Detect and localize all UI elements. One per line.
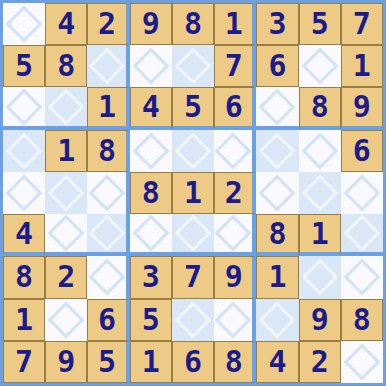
cell-r7c9[interactable]: [341, 256, 383, 298]
cell-r5c8[interactable]: [299, 172, 341, 214]
diamond-pattern-icon: [259, 132, 296, 169]
cell-r4c9: 6: [341, 130, 383, 172]
cell-r9c4: 1: [130, 341, 172, 383]
given-digit: 9: [353, 92, 371, 122]
cell-r5c4: 8: [130, 172, 172, 214]
cell-r4c3: 8: [87, 130, 129, 172]
diamond-pattern-icon: [343, 175, 380, 212]
cell-r8c5[interactable]: [172, 299, 214, 341]
cell-r7c6: 9: [214, 256, 256, 298]
diamond-pattern-icon: [175, 132, 212, 169]
diamond-pattern-icon: [259, 175, 296, 212]
cell-r1c3: 2: [87, 3, 129, 45]
given-digit: 1: [311, 219, 329, 249]
cell-r2c3[interactable]: [87, 45, 129, 87]
diamond-pattern-icon: [88, 215, 125, 252]
given-digit: 9: [225, 262, 243, 292]
given-digit: 9: [142, 9, 160, 39]
cell-r8c8: 9: [299, 299, 341, 341]
diamond-pattern-icon: [88, 175, 125, 212]
diamond-pattern-icon: [6, 88, 43, 125]
cell-r5c7[interactable]: [256, 172, 298, 214]
cell-r9c3: 5: [87, 341, 129, 383]
diamond-pattern-icon: [6, 6, 43, 43]
given-digit: 8: [15, 262, 33, 292]
cell-r9c9[interactable]: [341, 341, 383, 383]
cell-r7c8[interactable]: [299, 256, 341, 298]
cell-r4c8[interactable]: [299, 130, 341, 172]
given-digit: 6: [98, 305, 116, 335]
given-digit: 9: [57, 347, 75, 377]
diamond-pattern-icon: [6, 132, 43, 169]
given-digit: 8: [142, 178, 160, 208]
given-digit: 2: [98, 9, 116, 39]
cell-r6c3[interactable]: [87, 214, 129, 256]
cell-r6c1: 4: [3, 214, 45, 256]
cell-r2c2: 8: [45, 45, 87, 87]
cell-r7c2: 2: [45, 256, 87, 298]
given-digit: 7: [353, 9, 371, 39]
cell-r6c8: 1: [299, 214, 341, 256]
given-digit: 7: [15, 347, 33, 377]
given-digit: 4: [268, 347, 286, 377]
given-digit: 6: [353, 136, 371, 166]
cell-r4c7[interactable]: [256, 130, 298, 172]
cell-r5c2[interactable]: [45, 172, 87, 214]
given-digit: 5: [142, 305, 160, 335]
cell-r9c1: 7: [3, 341, 45, 383]
diamond-pattern-icon: [88, 48, 125, 85]
given-digit: 1: [184, 178, 202, 208]
cell-r6c4[interactable]: [130, 214, 172, 256]
diamond-pattern-icon: [343, 259, 380, 296]
cell-r7c4: 3: [130, 256, 172, 298]
cell-r2c4[interactable]: [130, 45, 172, 87]
cell-r1c8: 5: [299, 3, 341, 45]
diamond-pattern-icon: [48, 175, 85, 212]
given-digit: 5: [184, 92, 202, 122]
diamond-pattern-icon: [343, 343, 380, 380]
sudoku-board: 4298135758761145689186812481823791165987…: [0, 0, 386, 386]
diamond-pattern-icon: [175, 215, 212, 252]
cell-r3c4: 4: [130, 87, 172, 129]
cell-r3c3: 1: [87, 87, 129, 129]
given-digit: 8: [268, 219, 286, 249]
diamond-pattern-icon: [6, 175, 43, 212]
diamond-pattern-icon: [175, 301, 212, 338]
cell-r5c1[interactable]: [3, 172, 45, 214]
given-digit: 8: [57, 51, 75, 81]
cell-r3c2[interactable]: [45, 87, 87, 129]
diamond-pattern-icon: [215, 301, 252, 338]
cell-r7c5: 7: [172, 256, 214, 298]
cell-r7c3[interactable]: [87, 256, 129, 298]
cell-r1c2: 4: [45, 3, 87, 45]
given-digit: 5: [98, 347, 116, 377]
given-digit: 1: [98, 92, 116, 122]
diamond-pattern-icon: [175, 48, 212, 85]
cell-r6c7: 8: [256, 214, 298, 256]
given-digit: 7: [184, 262, 202, 292]
cell-r2c9: 1: [341, 45, 383, 87]
cell-r6c2[interactable]: [45, 214, 87, 256]
given-digit: 1: [142, 347, 160, 377]
diamond-pattern-icon: [48, 88, 85, 125]
diamond-pattern-icon: [301, 48, 338, 85]
given-digit: 8: [353, 305, 371, 335]
cell-r3c6: 6: [214, 87, 256, 129]
given-digit: 8: [98, 136, 116, 166]
cell-r2c5[interactable]: [172, 45, 214, 87]
cell-r7c7: 1: [256, 256, 298, 298]
cell-r3c5: 5: [172, 87, 214, 129]
given-digit: 4: [142, 92, 160, 122]
given-digit: 4: [57, 9, 75, 39]
cell-r1c6: 1: [214, 3, 256, 45]
diamond-pattern-icon: [132, 132, 169, 169]
given-digit: 6: [225, 92, 243, 122]
cell-r8c2[interactable]: [45, 299, 87, 341]
diamond-pattern-icon: [259, 301, 296, 338]
cell-r8c7[interactable]: [256, 299, 298, 341]
given-digit: 1: [15, 305, 33, 335]
cell-r1c5: 8: [172, 3, 214, 45]
cell-r4c4[interactable]: [130, 130, 172, 172]
given-digit: 1: [268, 262, 286, 292]
cell-r9c6: 8: [214, 341, 256, 383]
diamond-pattern-icon: [301, 175, 338, 212]
cell-r3c1[interactable]: [3, 87, 45, 129]
given-digit: 3: [142, 262, 160, 292]
diamond-pattern-icon: [301, 259, 338, 296]
cell-r2c1: 5: [3, 45, 45, 87]
cell-r3c8: 8: [299, 87, 341, 129]
cell-r8c9: 8: [341, 299, 383, 341]
cell-r1c1[interactable]: [3, 3, 45, 45]
given-digit: 3: [268, 9, 286, 39]
cell-r8c4: 5: [130, 299, 172, 341]
cell-r1c4: 9: [130, 3, 172, 45]
cell-r5c9[interactable]: [341, 172, 383, 214]
given-digit: 2: [57, 262, 75, 292]
cell-r9c5: 6: [172, 341, 214, 383]
cell-r8c3: 6: [87, 299, 129, 341]
cell-r7c1: 8: [3, 256, 45, 298]
cell-r6c9[interactable]: [341, 214, 383, 256]
cell-r3c7[interactable]: [256, 87, 298, 129]
diamond-pattern-icon: [48, 215, 85, 252]
cell-r4c5[interactable]: [172, 130, 214, 172]
given-digit: 5: [311, 9, 329, 39]
cell-r8c1: 1: [3, 299, 45, 341]
cell-r4c2: 1: [45, 130, 87, 172]
given-digit: 6: [184, 347, 202, 377]
given-digit: 1: [225, 9, 243, 39]
cell-r5c3[interactable]: [87, 172, 129, 214]
cell-r2c7: 6: [256, 45, 298, 87]
cell-r6c5[interactable]: [172, 214, 214, 256]
cell-r1c7: 3: [256, 3, 298, 45]
diamond-pattern-icon: [259, 88, 296, 125]
cell-r9c7: 4: [256, 341, 298, 383]
cell-r2c8[interactable]: [299, 45, 341, 87]
cell-r2c6: 7: [214, 45, 256, 87]
diamond-pattern-icon: [301, 132, 338, 169]
cell-r5c5: 1: [172, 172, 214, 214]
diamond-pattern-icon: [88, 259, 125, 296]
diamond-pattern-icon: [343, 215, 380, 252]
cell-r9c8: 2: [299, 341, 341, 383]
given-digit: 5: [15, 51, 33, 81]
given-digit: 8: [311, 92, 329, 122]
given-digit: 1: [353, 51, 371, 81]
cell-r6c6[interactable]: [214, 214, 256, 256]
cell-r9c2: 9: [45, 341, 87, 383]
diamond-pattern-icon: [215, 215, 252, 252]
given-digit: 8: [184, 9, 202, 39]
given-digit: 7: [225, 51, 243, 81]
given-digit: 1: [57, 136, 75, 166]
given-digit: 9: [311, 305, 329, 335]
cell-r4c1[interactable]: [3, 130, 45, 172]
cell-r4c6[interactable]: [214, 130, 256, 172]
diamond-pattern-icon: [215, 132, 252, 169]
diamond-pattern-icon: [132, 48, 169, 85]
cell-r1c9: 7: [341, 3, 383, 45]
given-digit: 4: [15, 219, 33, 249]
given-digit: 2: [311, 347, 329, 377]
cell-r8c6[interactable]: [214, 299, 256, 341]
cell-r3c9: 9: [341, 87, 383, 129]
given-digit: 6: [268, 51, 286, 81]
cell-r5c6: 2: [214, 172, 256, 214]
diamond-pattern-icon: [48, 301, 85, 338]
given-digit: 2: [225, 178, 243, 208]
diamond-pattern-icon: [132, 215, 169, 252]
given-digit: 8: [225, 347, 243, 377]
